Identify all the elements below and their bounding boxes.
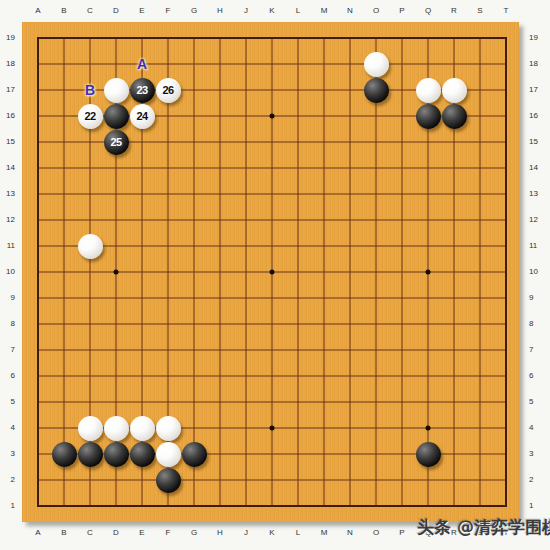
white-stone-C16: 22 [78, 104, 103, 129]
black-stone-Q3 [416, 442, 441, 467]
row-label-15: 15 [525, 129, 542, 155]
black-stone-D15: 25 [104, 130, 129, 155]
col-label-L: L [285, 525, 311, 541]
move-number-22: 22 [78, 104, 103, 129]
row-label-10: 10 [1, 259, 18, 285]
row-label-11: 11 [525, 233, 542, 259]
col-label-B: B [51, 3, 77, 19]
row-label-7: 7 [1, 337, 18, 363]
row-labels-right: 19181716151413121110987654321 [525, 25, 542, 519]
row-label-6: 6 [525, 363, 542, 389]
row-label-11: 11 [1, 233, 18, 259]
row-label-12: 12 [525, 207, 542, 233]
black-stone-R16 [442, 104, 467, 129]
move-number-23: 23 [130, 78, 155, 103]
col-label-N: N [337, 525, 363, 541]
row-label-16: 16 [1, 103, 18, 129]
move-number-25: 25 [104, 130, 129, 155]
row-label-4: 4 [1, 415, 18, 441]
row-label-14: 14 [525, 155, 542, 181]
white-stone-Q17 [416, 78, 441, 103]
black-stone-C3 [78, 442, 103, 467]
move-number-26: 26 [156, 78, 181, 103]
col-label-L: L [285, 3, 311, 19]
white-stone-F3 [156, 442, 181, 467]
black-stone-F2 [156, 468, 181, 493]
col-label-D: D [103, 525, 129, 541]
row-label-18: 18 [1, 51, 18, 77]
col-label-H: H [207, 3, 233, 19]
row-label-18: 18 [525, 51, 542, 77]
letter-marker-A: A [137, 56, 147, 72]
row-labels-left: 19181716151413121110987654321 [1, 25, 18, 519]
row-label-5: 5 [1, 389, 18, 415]
black-stone-Q16 [416, 104, 441, 129]
col-label-K: K [259, 525, 285, 541]
col-label-R: R [441, 3, 467, 19]
move-number-24: 24 [130, 104, 155, 129]
col-label-M: M [311, 3, 337, 19]
black-stone-D16 [104, 104, 129, 129]
row-label-8: 8 [1, 311, 18, 337]
white-stone-E4 [130, 416, 155, 441]
white-stone-O18 [364, 52, 389, 77]
black-stone-G3 [182, 442, 207, 467]
white-stone-R17 [442, 78, 467, 103]
col-label-J: J [233, 3, 259, 19]
col-label-J: J [233, 525, 259, 541]
black-stone-B3 [52, 442, 77, 467]
row-label-16: 16 [525, 103, 542, 129]
row-label-10: 10 [525, 259, 542, 285]
col-label-C: C [77, 525, 103, 541]
col-label-P: P [389, 525, 415, 541]
col-label-B: B [51, 525, 77, 541]
white-stone-C4 [78, 416, 103, 441]
col-label-G: G [181, 3, 207, 19]
row-label-9: 9 [525, 285, 542, 311]
row-label-5: 5 [525, 389, 542, 415]
col-label-O: O [363, 525, 389, 541]
row-label-9: 9 [1, 285, 18, 311]
white-stone-E16: 24 [130, 104, 155, 129]
col-label-N: N [337, 3, 363, 19]
row-label-3: 3 [525, 441, 542, 467]
col-label-A: A [25, 525, 51, 541]
row-label-13: 13 [1, 181, 18, 207]
row-label-17: 17 [1, 77, 18, 103]
row-label-19: 19 [525, 25, 542, 51]
col-label-T: T [493, 3, 519, 19]
row-label-2: 2 [525, 467, 542, 493]
col-label-F: F [155, 3, 181, 19]
col-label-D: D [103, 3, 129, 19]
col-label-P: P [389, 3, 415, 19]
col-label-A: A [25, 3, 51, 19]
white-stone-C11 [78, 234, 103, 259]
white-stone-F4 [156, 416, 181, 441]
col-label-Q: Q [415, 3, 441, 19]
watermark: 头条 @清弈学围棋 [417, 516, 550, 539]
col-label-H: H [207, 525, 233, 541]
col-label-K: K [259, 3, 285, 19]
col-label-F: F [155, 525, 181, 541]
col-label-E: E [129, 525, 155, 541]
letter-marker-B: B [85, 82, 95, 98]
black-stone-D3 [104, 442, 129, 467]
white-stone-F17: 26 [156, 78, 181, 103]
stones-layer: 2326222425AB [25, 25, 519, 519]
row-label-4: 4 [525, 415, 542, 441]
row-label-14: 14 [1, 155, 18, 181]
black-stone-E17: 23 [130, 78, 155, 103]
col-label-C: C [77, 3, 103, 19]
black-stone-E3 [130, 442, 155, 467]
col-label-E: E [129, 3, 155, 19]
col-label-O: O [363, 3, 389, 19]
black-stone-O17 [364, 78, 389, 103]
row-label-8: 8 [525, 311, 542, 337]
go-board: 2326222425AB [22, 22, 519, 522]
go-diagram-page: ABCDEFGHJKLMNOPQRST ABCDEFGHJKLMNOPQRST … [0, 0, 550, 550]
white-stone-D17 [104, 78, 129, 103]
row-label-6: 6 [1, 363, 18, 389]
row-label-7: 7 [525, 337, 542, 363]
col-label-G: G [181, 525, 207, 541]
row-label-12: 12 [1, 207, 18, 233]
row-label-1: 1 [1, 493, 18, 519]
row-label-15: 15 [1, 129, 18, 155]
row-label-19: 19 [1, 25, 18, 51]
row-label-13: 13 [525, 181, 542, 207]
col-label-M: M [311, 525, 337, 541]
row-label-17: 17 [525, 77, 542, 103]
row-label-3: 3 [1, 441, 18, 467]
col-label-S: S [467, 3, 493, 19]
row-label-2: 2 [1, 467, 18, 493]
white-stone-D4 [104, 416, 129, 441]
column-labels-top: ABCDEFGHJKLMNOPQRST [25, 3, 519, 19]
